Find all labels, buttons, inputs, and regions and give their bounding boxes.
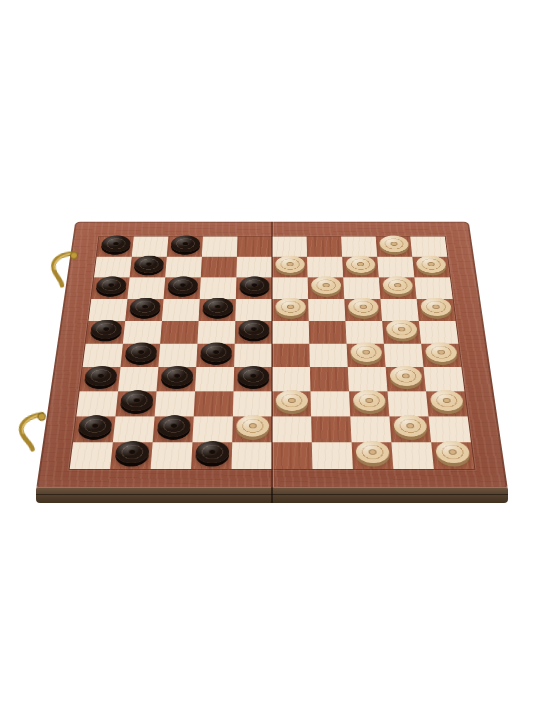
board-square[interactable] [155,391,195,416]
board-square[interactable] [236,277,272,298]
board-square[interactable] [202,236,238,256]
board-square[interactable] [414,277,452,298]
board-square[interactable] [237,236,272,256]
board-square[interactable] [130,257,167,278]
board-square[interactable] [153,416,194,442]
board-square[interactable] [164,277,201,298]
board-square[interactable] [91,277,129,298]
light-piece[interactable] [429,390,463,411]
board-square[interactable] [165,257,202,278]
light-piece[interactable] [236,415,269,436]
light-piece[interactable] [382,276,413,294]
board-square[interactable] [424,367,465,391]
board-square[interactable] [235,299,272,321]
dark-piece[interactable] [160,366,193,386]
board-square[interactable] [233,391,272,416]
board-square[interactable] [94,257,132,278]
board-square[interactable] [200,277,237,298]
board-square[interactable] [235,321,272,344]
dark-piece[interactable] [133,255,164,272]
board-square[interactable] [132,236,169,256]
board-square[interactable] [387,391,428,416]
board-square[interactable] [410,236,447,256]
board-square[interactable] [158,344,197,367]
board-square[interactable] [123,321,162,344]
board-square[interactable] [310,391,350,416]
dark-piece[interactable] [239,276,269,294]
dark-piece[interactable] [170,235,200,252]
board-square[interactable] [192,416,232,442]
board-square[interactable] [341,236,377,256]
board-square[interactable] [97,236,134,256]
board-square[interactable] [342,257,379,278]
brass-clasp-icon [44,249,83,293]
board-square[interactable] [349,391,389,416]
board-square[interactable] [309,321,347,344]
board-square[interactable] [110,442,153,469]
board-square[interactable] [113,416,155,442]
light-piece[interactable] [415,255,446,272]
board-square[interactable] [160,321,198,344]
board-square[interactable] [167,236,203,256]
board-square[interactable] [272,277,308,298]
board-square[interactable] [86,321,126,344]
light-piece[interactable] [311,276,341,294]
board-square[interactable] [380,299,418,321]
board-square[interactable] [350,416,391,442]
board-square[interactable] [377,257,414,278]
board-square[interactable] [352,442,394,469]
light-piece[interactable] [275,298,305,316]
light-piece[interactable] [347,298,378,316]
dark-piece[interactable] [202,298,233,316]
board-square[interactable] [80,367,121,391]
board-square[interactable] [88,299,127,321]
board-square[interactable] [70,442,113,469]
box-side-seam [271,487,273,503]
board-square[interactable] [382,321,421,344]
board-square[interactable] [272,257,308,278]
dark-piece[interactable] [84,366,118,386]
board-square[interactable] [379,277,417,298]
board-square[interactable] [389,416,431,442]
board-square[interactable] [345,321,383,344]
board-square[interactable] [347,344,386,367]
board-square[interactable] [120,344,160,367]
light-piece[interactable] [352,390,385,411]
board-square[interactable] [162,299,200,321]
board-square[interactable] [232,442,272,469]
board-square[interactable] [417,299,456,321]
board-square[interactable] [384,344,424,367]
light-piece[interactable] [393,415,428,436]
board-box-side [36,487,508,503]
board-square[interactable] [272,367,310,391]
board-square[interactable] [232,416,272,442]
board-square[interactable] [308,299,345,321]
light-piece[interactable] [275,390,307,411]
dark-piece[interactable] [114,441,149,463]
board-square[interactable] [201,257,237,278]
board-square[interactable] [272,442,312,469]
board-square[interactable] [386,367,426,391]
board-square[interactable] [236,257,272,278]
board-square[interactable] [312,442,353,469]
board-square[interactable] [194,391,234,416]
dark-piece[interactable] [200,342,232,361]
board-square[interactable] [307,257,343,278]
light-piece[interactable] [389,366,422,386]
board-square[interactable] [127,277,165,298]
board-square[interactable] [419,321,459,344]
board-square[interactable] [195,367,234,391]
dark-piece[interactable] [95,276,127,294]
board-square[interactable] [431,442,474,469]
board-square[interactable] [309,344,347,367]
board-square[interactable] [199,299,236,321]
light-piece[interactable] [385,320,417,339]
board-fold-seam [271,222,273,490]
draughts-board [36,222,508,490]
board-square[interactable] [412,257,450,278]
board-square[interactable] [234,344,272,367]
board-square[interactable] [76,391,118,416]
light-piece[interactable] [420,298,452,316]
light-piece[interactable] [434,441,470,463]
board-square[interactable] [73,416,115,442]
board-square[interactable] [272,236,307,256]
board-square[interactable] [272,344,310,367]
dark-piece[interactable] [89,320,122,339]
light-piece[interactable] [424,342,457,361]
board-square[interactable] [157,367,197,391]
board-square[interactable] [307,236,343,256]
dark-piece[interactable] [167,276,198,294]
board-square[interactable] [310,367,349,391]
dark-piece[interactable] [77,415,112,436]
board-square[interactable] [272,321,309,344]
light-piece[interactable] [350,342,382,361]
dark-piece[interactable] [124,342,157,361]
board-square[interactable] [115,391,156,416]
board-square[interactable] [376,236,413,256]
board-square[interactable] [272,391,311,416]
board-square[interactable] [272,416,312,442]
board-square[interactable] [83,344,123,367]
board-square[interactable] [118,367,158,391]
board-square[interactable] [429,416,471,442]
dark-piece[interactable] [238,320,269,339]
board-square[interactable] [196,344,234,367]
dark-piece[interactable] [100,235,131,252]
dark-piece[interactable] [129,298,161,316]
product-photo [0,0,540,720]
board-square[interactable] [191,442,232,469]
board-square[interactable] [348,367,388,391]
light-piece[interactable] [345,255,375,272]
dark-piece[interactable] [119,390,153,411]
light-piece[interactable] [355,441,390,463]
board-square[interactable] [311,416,351,442]
board-square[interactable] [234,367,272,391]
board-square[interactable] [391,442,434,469]
dark-piece[interactable] [237,366,269,386]
board-square[interactable] [421,344,461,367]
dark-piece[interactable] [195,441,229,463]
board-square[interactable] [308,277,345,298]
light-piece[interactable] [275,255,304,272]
board-square[interactable] [197,321,235,344]
board-square[interactable] [151,442,193,469]
board-square[interactable] [125,299,163,321]
board-square[interactable] [343,277,380,298]
board-square[interactable] [426,391,468,416]
dark-piece[interactable] [156,415,190,436]
light-piece[interactable] [379,235,409,252]
board-square[interactable] [272,299,309,321]
board-square[interactable] [344,299,382,321]
